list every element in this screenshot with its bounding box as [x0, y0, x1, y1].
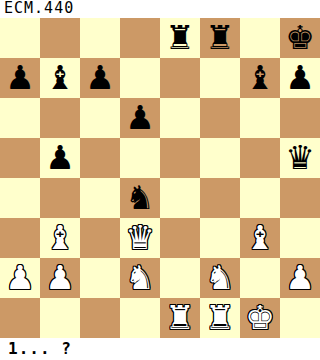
square-g6[interactable] — [240, 98, 280, 138]
piece-white-king[interactable]: ♚ — [245, 298, 275, 338]
square-h4[interactable] — [280, 178, 320, 218]
square-d2[interactable]: ♞ — [120, 258, 160, 298]
square-e7[interactable] — [160, 58, 200, 98]
square-c3[interactable] — [80, 218, 120, 258]
square-a3[interactable] — [0, 218, 40, 258]
square-f1[interactable]: ♜ — [200, 298, 240, 338]
puzzle-title: ECM.440 — [0, 0, 320, 18]
square-d6[interactable]: ♟ — [120, 98, 160, 138]
square-c7[interactable]: ♟ — [80, 58, 120, 98]
square-d7[interactable] — [120, 58, 160, 98]
piece-black-bishop[interactable]: ♝ — [245, 58, 275, 98]
square-a2[interactable]: ♟ — [0, 258, 40, 298]
square-c8[interactable] — [80, 18, 120, 58]
square-c5[interactable] — [80, 138, 120, 178]
square-h1[interactable] — [280, 298, 320, 338]
square-f7[interactable] — [200, 58, 240, 98]
square-d8[interactable] — [120, 18, 160, 58]
square-e2[interactable] — [160, 258, 200, 298]
square-h2[interactable]: ♟ — [280, 258, 320, 298]
square-a6[interactable] — [0, 98, 40, 138]
piece-white-knight[interactable]: ♞ — [125, 258, 155, 298]
piece-white-rook[interactable]: ♜ — [205, 298, 235, 338]
square-h3[interactable] — [280, 218, 320, 258]
piece-black-pawn[interactable]: ♟ — [85, 58, 115, 98]
square-c2[interactable] — [80, 258, 120, 298]
square-d5[interactable] — [120, 138, 160, 178]
move-prompt: 1... ? — [0, 338, 320, 360]
square-h8[interactable]: ♚ — [280, 18, 320, 58]
square-g4[interactable] — [240, 178, 280, 218]
piece-black-pawn[interactable]: ♟ — [125, 98, 155, 138]
square-f8[interactable]: ♜ — [200, 18, 240, 58]
square-f2[interactable]: ♞ — [200, 258, 240, 298]
square-c6[interactable] — [80, 98, 120, 138]
square-g3[interactable]: ♝ — [240, 218, 280, 258]
square-a4[interactable] — [0, 178, 40, 218]
square-d1[interactable] — [120, 298, 160, 338]
square-b7[interactable]: ♝ — [40, 58, 80, 98]
square-g2[interactable] — [240, 258, 280, 298]
square-c1[interactable] — [80, 298, 120, 338]
square-a8[interactable] — [0, 18, 40, 58]
piece-black-pawn[interactable]: ♟ — [285, 58, 315, 98]
square-g1[interactable]: ♚ — [240, 298, 280, 338]
square-g8[interactable] — [240, 18, 280, 58]
square-g5[interactable] — [240, 138, 280, 178]
piece-black-bishop[interactable]: ♝ — [45, 58, 75, 98]
piece-black-pawn[interactable]: ♟ — [45, 138, 75, 178]
piece-white-pawn[interactable]: ♟ — [45, 258, 75, 298]
square-e3[interactable] — [160, 218, 200, 258]
piece-white-knight[interactable]: ♞ — [205, 258, 235, 298]
square-d3[interactable]: ♛ — [120, 218, 160, 258]
piece-white-pawn[interactable]: ♟ — [285, 258, 315, 298]
square-f5[interactable] — [200, 138, 240, 178]
square-e1[interactable]: ♜ — [160, 298, 200, 338]
square-h7[interactable]: ♟ — [280, 58, 320, 98]
square-f3[interactable] — [200, 218, 240, 258]
piece-white-bishop[interactable]: ♝ — [245, 218, 275, 258]
piece-white-queen[interactable]: ♛ — [125, 218, 155, 258]
square-b8[interactable] — [40, 18, 80, 58]
piece-black-rook[interactable]: ♜ — [205, 18, 235, 58]
square-h6[interactable] — [280, 98, 320, 138]
square-d4[interactable]: ♞ — [120, 178, 160, 218]
piece-black-knight[interactable]: ♞ — [125, 178, 155, 218]
chess-board: ♜♜♚♟♝♟♝♟♟♟♛♞♝♛♝♟♟♞♞♟♜♜♚ — [0, 18, 320, 338]
square-e6[interactable] — [160, 98, 200, 138]
square-b4[interactable] — [40, 178, 80, 218]
square-b3[interactable]: ♝ — [40, 218, 80, 258]
square-g7[interactable]: ♝ — [240, 58, 280, 98]
square-f4[interactable] — [200, 178, 240, 218]
square-b2[interactable]: ♟ — [40, 258, 80, 298]
piece-black-king[interactable]: ♚ — [285, 18, 315, 58]
square-a1[interactable] — [0, 298, 40, 338]
piece-white-bishop[interactable]: ♝ — [45, 218, 75, 258]
piece-black-queen[interactable]: ♛ — [285, 138, 315, 178]
square-b6[interactable] — [40, 98, 80, 138]
square-e5[interactable] — [160, 138, 200, 178]
square-f6[interactable] — [200, 98, 240, 138]
square-a7[interactable]: ♟ — [0, 58, 40, 98]
square-e8[interactable]: ♜ — [160, 18, 200, 58]
square-a5[interactable] — [0, 138, 40, 178]
square-e4[interactable] — [160, 178, 200, 218]
piece-white-rook[interactable]: ♜ — [165, 298, 195, 338]
square-b5[interactable]: ♟ — [40, 138, 80, 178]
piece-black-rook[interactable]: ♜ — [165, 18, 195, 58]
square-c4[interactable] — [80, 178, 120, 218]
square-h5[interactable]: ♛ — [280, 138, 320, 178]
square-b1[interactable] — [40, 298, 80, 338]
piece-white-pawn[interactable]: ♟ — [5, 258, 35, 298]
piece-black-pawn[interactable]: ♟ — [5, 58, 35, 98]
